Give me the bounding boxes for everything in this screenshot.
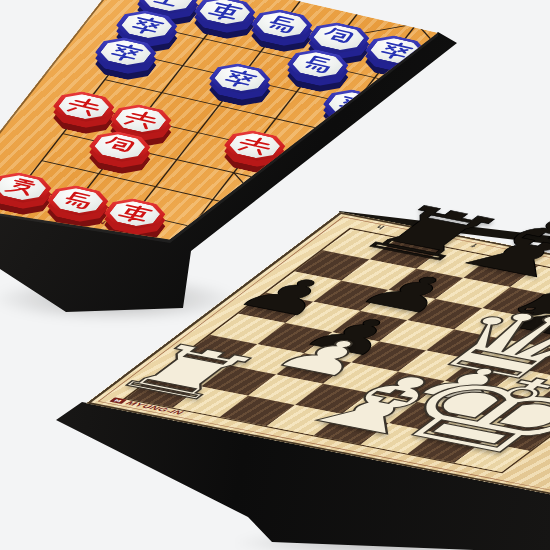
chess-pieces-layer: ♜♝♚♟♟♛♜♝♞♟♟♟ <box>340 212 550 308</box>
product-photo-canvas: M MYUNG-IN hgfedcba ♜♝♚♟♟♛♜♝♞♟♟♟ M MYUNG… <box>0 0 550 550</box>
piece-character-象 <box>0 172 51 203</box>
